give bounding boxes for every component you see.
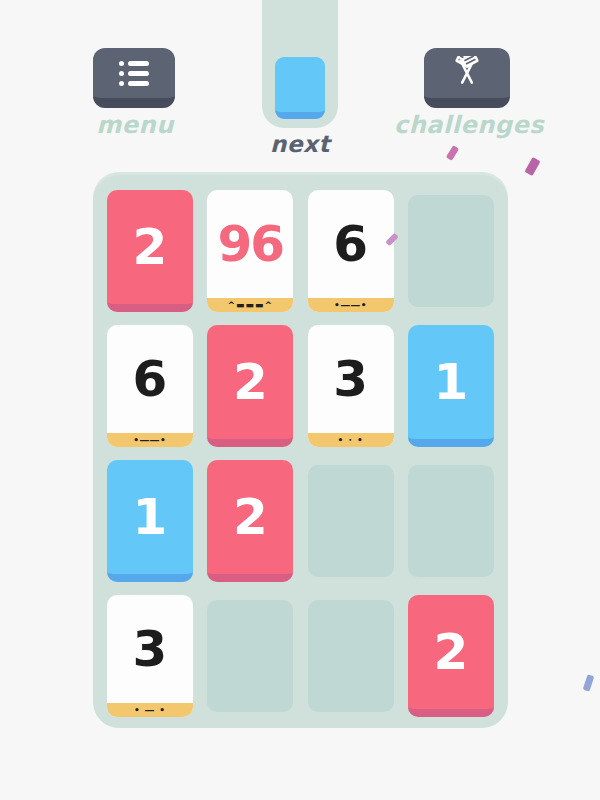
empty-cell-r3c2	[308, 600, 394, 712]
card-2-r3c3[interactable]: 2	[408, 595, 494, 717]
card-2-r1c1[interactable]: 2	[207, 325, 293, 447]
card-3-r3c0[interactable]: 3• ― •	[107, 595, 193, 717]
board-slot-r1c1: 2	[207, 325, 293, 447]
card-2-r2c1[interactable]: 2	[207, 460, 293, 582]
board-slot-r0c1: 96^▬▬▬^	[207, 190, 293, 312]
card-face-band: •――•	[308, 298, 394, 312]
card-1-r2c0[interactable]: 1	[107, 460, 193, 582]
menu-list-icon	[119, 61, 149, 86]
next-label: next	[250, 131, 350, 157]
board-slot-r2c3	[408, 460, 494, 582]
card-6-r0c2[interactable]: 6•――•	[308, 190, 394, 312]
board-slot-r0c0: 2	[107, 190, 193, 312]
card-value: 3	[308, 325, 394, 433]
crossed-flags-icon	[446, 56, 488, 90]
board-slot-r0c2: 6•――•	[308, 190, 394, 312]
board-slot-r3c3: 2	[408, 595, 494, 717]
board-slot-r3c2	[308, 595, 394, 717]
board-slot-r2c2	[308, 460, 394, 582]
menu-label: menu	[73, 111, 197, 139]
card-value: 2	[434, 627, 469, 677]
next-card-preview	[275, 57, 325, 119]
card-value: 1	[434, 357, 469, 407]
card-6-r1c0[interactable]: 6•――•	[107, 325, 193, 447]
card-value: 96	[207, 190, 293, 298]
empty-cell-r2c3	[408, 465, 494, 577]
threes-game-screen: next menu	[0, 0, 600, 800]
confetti-piece-3	[583, 674, 595, 691]
card-face-band: • ∙ •	[308, 433, 394, 447]
board-slot-r3c0: 3• ― •	[107, 595, 193, 717]
card-face-band: •――•	[107, 433, 193, 447]
board-slot-r1c3: 1	[408, 325, 494, 447]
card-value: 2	[233, 492, 268, 542]
card-face-band: ^▬▬▬^	[207, 298, 293, 312]
card-value: 2	[233, 357, 268, 407]
menu-button[interactable]	[93, 48, 175, 108]
empty-cell-r0c3	[408, 195, 494, 307]
empty-cell-r2c2	[308, 465, 394, 577]
board-slot-r2c0: 1	[107, 460, 193, 582]
challenges-button[interactable]	[424, 48, 510, 108]
board-grid: 296^▬▬▬^6•――•6•――•23• ∙ •1123• ― •2	[93, 172, 508, 728]
board-slot-r1c2: 3• ∙ •	[308, 325, 394, 447]
card-96-r0c1[interactable]: 96^▬▬▬^	[207, 190, 293, 312]
board-slot-r1c0: 6•――•	[107, 325, 193, 447]
card-face-band: • ― •	[107, 703, 193, 717]
card-value: 6	[308, 190, 394, 298]
card-value: 3	[107, 595, 193, 703]
next-card-tab	[262, 0, 338, 128]
board-slot-r3c1	[207, 595, 293, 717]
card-value: 6	[107, 325, 193, 433]
board-slot-r0c3	[408, 190, 494, 312]
card-value: 1	[133, 492, 168, 542]
board-slot-r2c1: 2	[207, 460, 293, 582]
empty-cell-r3c1	[207, 600, 293, 712]
card-1-r1c3[interactable]: 1	[408, 325, 494, 447]
card-2-r0c0[interactable]: 2	[107, 190, 193, 312]
confetti-piece-1	[524, 157, 540, 176]
confetti-piece-0	[446, 145, 459, 161]
card-value: 2	[133, 222, 168, 272]
card-3-r1c2[interactable]: 3• ∙ •	[308, 325, 394, 447]
challenges-label: challenges	[394, 111, 540, 139]
